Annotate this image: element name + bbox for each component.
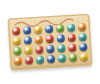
bead-yellow[interactable]: [79, 52, 87, 60]
board-cell: [67, 52, 78, 63]
board-cell: [24, 55, 35, 66]
bead-orange[interactable]: [77, 22, 85, 30]
bead-red[interactable]: [46, 34, 54, 42]
bead-yellow[interactable]: [13, 36, 21, 44]
bead-teal[interactable]: [58, 54, 66, 62]
bead-red[interactable]: [68, 43, 76, 51]
bead-teal[interactable]: [67, 23, 75, 31]
board-cell: [78, 52, 89, 63]
board-cell: [45, 54, 56, 65]
bead-teal[interactable]: [36, 55, 44, 63]
bead-blue[interactable]: [47, 54, 55, 62]
bead-red[interactable]: [67, 33, 75, 41]
bead-green[interactable]: [14, 46, 22, 54]
board-cell: [56, 53, 67, 64]
product-photo-scene: [0, 0, 100, 84]
bead-red[interactable]: [12, 26, 20, 34]
bead-blue[interactable]: [24, 36, 32, 44]
bead-blue[interactable]: [23, 26, 31, 34]
game-board: [7, 14, 92, 71]
bead-grid: [11, 22, 89, 67]
bead-blue[interactable]: [56, 34, 64, 42]
bead-yellow[interactable]: [34, 25, 42, 33]
bead-yellow[interactable]: [24, 46, 32, 54]
bead-red[interactable]: [35, 45, 43, 53]
bead-red[interactable]: [25, 56, 33, 64]
bead-green[interactable]: [56, 24, 64, 32]
board-cell: [13, 56, 24, 67]
bead-green[interactable]: [68, 53, 76, 61]
bead-teal[interactable]: [78, 32, 86, 40]
board-cell: [34, 54, 45, 65]
bead-blue[interactable]: [79, 42, 87, 50]
bead-orange[interactable]: [35, 35, 43, 43]
bead-blue[interactable]: [46, 44, 54, 52]
bead-blue[interactable]: [45, 24, 53, 32]
bead-teal[interactable]: [57, 44, 65, 52]
bead-orange[interactable]: [14, 56, 22, 64]
